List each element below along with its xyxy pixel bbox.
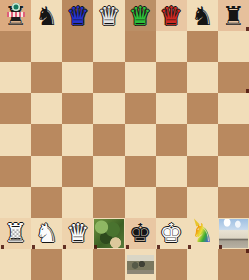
square-r5-c6[interactable] bbox=[156, 124, 187, 155]
square-r8-c8[interactable] bbox=[218, 218, 249, 249]
square-r4-c1[interactable] bbox=[0, 93, 31, 124]
square-r4-c8[interactable] bbox=[218, 93, 249, 124]
square-r4-c6[interactable] bbox=[156, 93, 187, 124]
square-r7-c4[interactable] bbox=[93, 187, 124, 218]
square-r6-c4[interactable] bbox=[93, 156, 124, 187]
square-r8-c7[interactable]: ♞ bbox=[187, 218, 218, 249]
square-r9-c3[interactable] bbox=[62, 249, 93, 280]
square-r7-c7[interactable] bbox=[187, 187, 218, 218]
square-r5-c4[interactable] bbox=[93, 124, 124, 155]
square-r3-c5[interactable] bbox=[125, 62, 156, 93]
square-r1-c1[interactable]: ♜ bbox=[0, 0, 31, 31]
stripes-decoration bbox=[7, 12, 25, 17]
mosaic-texture bbox=[10, 229, 21, 239]
small-photo-piece[interactable] bbox=[127, 255, 154, 274]
corner-mark bbox=[246, 27, 249, 31]
square-r2-c3[interactable] bbox=[62, 31, 93, 62]
square-r9-c1[interactable] bbox=[0, 249, 31, 280]
square-r2-c6[interactable] bbox=[156, 31, 187, 62]
square-r2-c1[interactable] bbox=[0, 31, 31, 62]
square-r8-c1[interactable]: ♜ bbox=[0, 218, 31, 249]
square-r6-c7[interactable] bbox=[187, 156, 218, 187]
corner-mark bbox=[32, 245, 35, 249]
white-queen[interactable]: ♛ bbox=[66, 220, 89, 246]
black-king[interactable]: ♚ bbox=[128, 220, 151, 246]
green-queen[interactable]: ♛ bbox=[128, 3, 151, 29]
foliage-photo-piece[interactable] bbox=[94, 219, 123, 248]
square-r6-c8[interactable] bbox=[218, 156, 249, 187]
square-r6-c3[interactable] bbox=[62, 156, 93, 187]
square-r7-c1[interactable] bbox=[0, 187, 31, 218]
square-r2-c8[interactable] bbox=[218, 31, 249, 62]
square-r3-c2[interactable] bbox=[31, 62, 62, 93]
square-r2-c7[interactable] bbox=[187, 31, 218, 62]
square-r1-c7[interactable]: ♞ bbox=[187, 0, 218, 31]
square-r6-c6[interactable] bbox=[156, 156, 187, 187]
blue-queen[interactable]: ♛ bbox=[66, 3, 89, 29]
square-r2-c2[interactable] bbox=[31, 31, 62, 62]
square-r3-c4[interactable] bbox=[93, 62, 124, 93]
square-r3-c8[interactable] bbox=[218, 62, 249, 93]
square-r7-c5[interactable] bbox=[125, 187, 156, 218]
square-r8-c4[interactable] bbox=[93, 218, 124, 249]
corner-mark bbox=[246, 249, 249, 253]
corner-mark bbox=[1, 245, 4, 249]
corner-mark bbox=[63, 245, 66, 249]
square-r4-c2[interactable] bbox=[31, 93, 62, 124]
square-r3-c6[interactable] bbox=[156, 62, 187, 93]
square-r4-c5[interactable] bbox=[125, 93, 156, 124]
square-r9-c5[interactable] bbox=[125, 249, 156, 280]
square-r4-c3[interactable] bbox=[62, 93, 93, 124]
square-r7-c3[interactable] bbox=[62, 187, 93, 218]
square-r1-c5[interactable]: ♛ bbox=[125, 0, 156, 31]
square-r8-c6[interactable]: ♚ bbox=[156, 218, 187, 249]
square-r7-c8[interactable] bbox=[218, 187, 249, 218]
square-r1-c3[interactable]: ♛ bbox=[62, 0, 93, 31]
square-r6-c2[interactable] bbox=[31, 156, 62, 187]
silver-queen[interactable]: ♛ bbox=[97, 3, 120, 29]
square-r6-c5[interactable] bbox=[125, 156, 156, 187]
black-knight[interactable]: ♞ bbox=[191, 3, 214, 29]
square-r3-c3[interactable] bbox=[62, 62, 93, 93]
logo-circle-icon bbox=[12, 3, 20, 11]
square-r1-c6[interactable]: ♛ bbox=[156, 0, 187, 31]
square-r3-c1[interactable] bbox=[0, 62, 31, 93]
square-r7-c2[interactable] bbox=[31, 187, 62, 218]
corner-mark bbox=[188, 245, 191, 249]
square-r5-c3[interactable] bbox=[62, 124, 93, 155]
square-r8-c2[interactable]: ♞ bbox=[31, 218, 62, 249]
square-r1-c4[interactable]: ♛ bbox=[93, 0, 124, 31]
square-r9-c8[interactable] bbox=[218, 249, 249, 280]
corner-mark bbox=[157, 245, 160, 249]
corner-mark bbox=[219, 245, 222, 249]
square-r3-c7[interactable] bbox=[187, 62, 218, 93]
corner-mark bbox=[246, 89, 249, 93]
corner-mark bbox=[94, 245, 97, 249]
square-r4-c4[interactable] bbox=[93, 93, 124, 124]
square-r7-c6[interactable] bbox=[156, 187, 187, 218]
white-knight[interactable]: ♞ bbox=[35, 220, 58, 246]
square-r9-c6[interactable] bbox=[156, 249, 187, 280]
square-r5-c2[interactable] bbox=[31, 124, 62, 155]
red-queen[interactable]: ♛ bbox=[160, 3, 183, 29]
chess-board: ♜♞♛♛♛♛♞♜♜♞♛♚♚♞ bbox=[0, 0, 249, 280]
corner-mark bbox=[126, 245, 129, 249]
square-r6-c1[interactable] bbox=[0, 156, 31, 187]
square-r5-c8[interactable] bbox=[218, 124, 249, 155]
black-knight[interactable]: ♞ bbox=[35, 3, 58, 29]
square-r1-c2[interactable]: ♞ bbox=[31, 0, 62, 31]
square-r5-c5[interactable] bbox=[125, 124, 156, 155]
square-r5-c7[interactable] bbox=[187, 124, 218, 155]
building-photo-piece[interactable] bbox=[219, 219, 248, 248]
square-r4-c7[interactable] bbox=[187, 93, 218, 124]
white-king[interactable]: ♚ bbox=[160, 220, 183, 246]
square-r2-c4[interactable] bbox=[93, 31, 124, 62]
square-r8-c5[interactable]: ♚ bbox=[125, 218, 156, 249]
square-r1-c8[interactable]: ♜ bbox=[218, 0, 249, 31]
square-r9-c7[interactable] bbox=[187, 249, 218, 280]
square-r9-c4[interactable] bbox=[93, 249, 124, 280]
square-r2-c5[interactable] bbox=[125, 31, 156, 62]
square-r8-c3[interactable]: ♛ bbox=[62, 218, 93, 249]
square-r5-c1[interactable] bbox=[0, 124, 31, 155]
black-rook[interactable]: ♜ bbox=[222, 3, 245, 29]
square-r9-c2[interactable] bbox=[31, 249, 62, 280]
